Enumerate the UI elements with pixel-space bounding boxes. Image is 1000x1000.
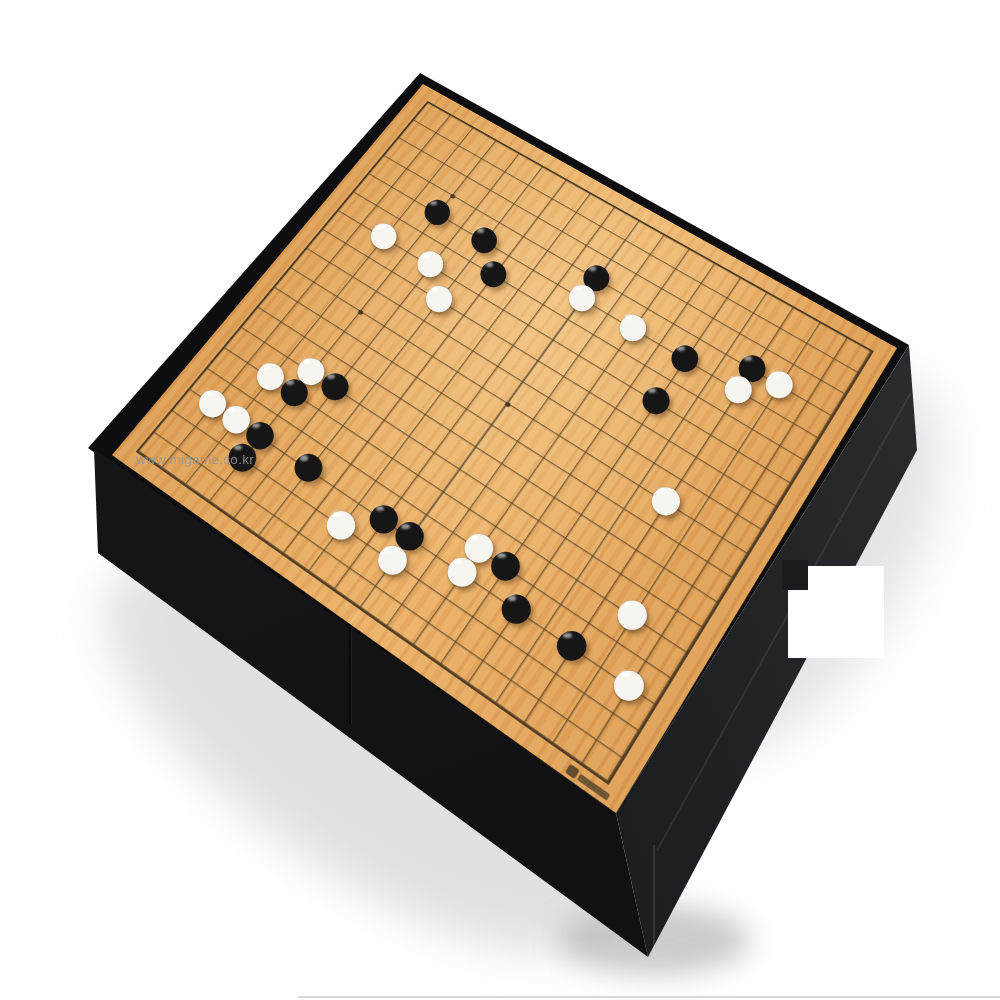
stone-highlight xyxy=(477,228,484,233)
black-stone: ● xyxy=(497,587,535,625)
case-fold-seam-tip xyxy=(653,845,655,957)
white-stone: ● xyxy=(374,539,412,577)
white-stone: ● xyxy=(615,308,650,343)
stone-highlight xyxy=(252,423,260,428)
stone-highlight xyxy=(486,262,493,267)
stone-highlight xyxy=(454,559,462,564)
stone-highlight xyxy=(497,553,505,558)
stone-highlight xyxy=(376,506,384,511)
black-stone: ● xyxy=(552,624,591,663)
black-stone: ● xyxy=(487,545,525,583)
case-fold-seam-front xyxy=(349,624,351,724)
stone-highlight xyxy=(401,524,409,529)
black-stone: ● xyxy=(467,221,501,255)
stone-highlight xyxy=(730,377,738,382)
stone-highlight xyxy=(625,315,633,320)
stone-highlight xyxy=(234,445,242,450)
stone-highlight xyxy=(228,407,236,412)
stone-highlight xyxy=(620,671,629,677)
white-stone: ● xyxy=(322,504,359,541)
black-stone: ● xyxy=(476,254,510,288)
white-stone: ● xyxy=(413,245,447,279)
stone-highlight xyxy=(771,372,779,377)
stone-highlight xyxy=(471,535,479,540)
black-stone: ● xyxy=(638,380,674,416)
white-stone: ● xyxy=(443,551,481,589)
stone-highlight xyxy=(430,201,437,206)
stone-highlight xyxy=(286,380,294,385)
stone-highlight xyxy=(327,374,335,379)
white-stone: ● xyxy=(720,369,756,405)
white-stone: ● xyxy=(565,278,599,312)
black-stone: ● xyxy=(290,447,327,484)
black-stone: ● xyxy=(421,193,454,226)
stone-highlight xyxy=(431,287,439,292)
black-stone: ● xyxy=(317,366,352,401)
stone-highlight xyxy=(624,602,632,607)
star-point xyxy=(504,400,511,407)
white-stone: ● xyxy=(422,279,456,313)
case-latch-tab xyxy=(782,560,808,590)
stone-highlight xyxy=(376,225,383,230)
stone-highlight xyxy=(677,346,685,351)
black-stone: ● xyxy=(276,372,312,408)
black-stone: ● xyxy=(667,338,702,373)
stone-highlight xyxy=(384,547,392,552)
stone-highlight xyxy=(658,488,666,493)
watermark: www.migame.co.kr xyxy=(136,452,254,467)
white-stone: ● xyxy=(367,217,401,251)
stone-highlight xyxy=(574,286,582,291)
stone-highlight xyxy=(744,356,752,361)
white-stone: ● xyxy=(761,364,796,399)
stone-highlight xyxy=(423,253,430,258)
star-point xyxy=(357,309,364,315)
stone-highlight xyxy=(303,359,311,364)
stone-highlight xyxy=(563,633,572,638)
white-stone: ● xyxy=(613,593,651,631)
white-stone: ● xyxy=(647,480,684,517)
photo-edge-artifact xyxy=(298,996,1000,998)
stone-highlight xyxy=(205,391,213,396)
white-stone: ● xyxy=(609,663,648,702)
product-photo: ●●●●●●●●●●●●●●●●●●●●●●●●●●●●●●●●●●● www.… xyxy=(0,0,1000,1000)
stone-highlight xyxy=(589,266,596,271)
stone-highlight xyxy=(648,388,656,393)
stone-highlight xyxy=(333,512,341,517)
stone-highlight xyxy=(300,455,308,460)
stone-highlight xyxy=(508,595,516,600)
stone-highlight xyxy=(263,364,271,369)
